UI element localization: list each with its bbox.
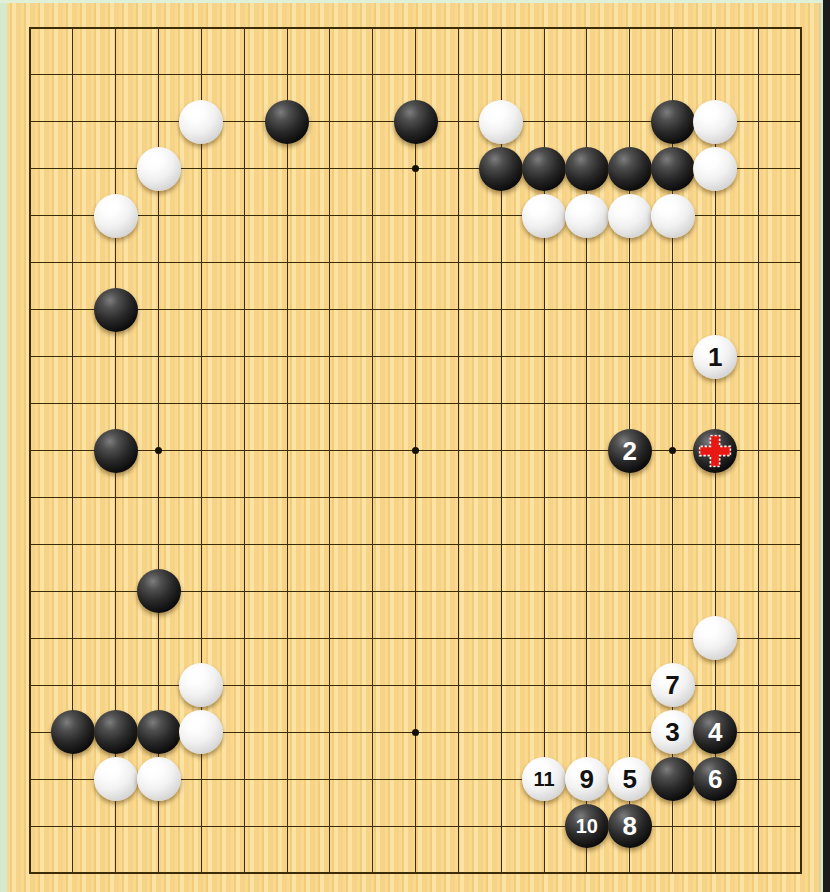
white-stone[interactable]: 1 (693, 335, 737, 379)
white-stone[interactable] (651, 194, 695, 238)
move-number-label: 10 (576, 816, 598, 836)
star-point (412, 447, 419, 454)
black-stone[interactable] (94, 288, 138, 332)
white-stone[interactable]: 5 (608, 757, 652, 801)
black-stone[interactable] (51, 710, 95, 754)
go-game-screenshot: 1273411956108 (0, 0, 830, 892)
move-number-label: 8 (622, 813, 636, 839)
white-stone[interactable] (94, 194, 138, 238)
black-stone[interactable] (94, 710, 138, 754)
move-number-label: 2 (622, 438, 636, 464)
grid-line (29, 826, 802, 827)
grid-line (29, 497, 802, 498)
black-stone[interactable]: 2 (608, 429, 652, 473)
black-stone[interactable] (479, 147, 523, 191)
white-stone[interactable] (179, 100, 223, 144)
black-stone[interactable] (265, 100, 309, 144)
black-stone[interactable] (565, 147, 609, 191)
grid-line (800, 27, 802, 874)
move-number-label: 11 (533, 769, 554, 789)
black-stone[interactable] (137, 569, 181, 613)
white-stone[interactable] (137, 757, 181, 801)
move-number-label: 3 (665, 719, 679, 745)
star-point (412, 165, 419, 172)
white-stone[interactable]: 3 (651, 710, 695, 754)
white-stone[interactable] (179, 663, 223, 707)
star-point (669, 447, 676, 454)
white-stone[interactable] (522, 194, 566, 238)
white-stone[interactable] (693, 100, 737, 144)
white-stone[interactable] (693, 616, 737, 660)
board-frame (0, 0, 823, 3)
black-stone[interactable] (522, 147, 566, 191)
white-stone[interactable] (608, 194, 652, 238)
white-stone[interactable]: 7 (651, 663, 695, 707)
white-stone[interactable] (479, 100, 523, 144)
grid-line (29, 872, 802, 874)
move-number-label: 1 (708, 344, 722, 370)
black-stone[interactable]: 10 (565, 804, 609, 848)
white-stone[interactable] (179, 710, 223, 754)
black-stone[interactable] (693, 429, 737, 473)
move-number-label: 6 (708, 766, 722, 792)
move-number-label: 9 (580, 766, 594, 792)
grid-line (29, 544, 802, 545)
white-stone[interactable] (94, 757, 138, 801)
black-stone[interactable]: 6 (693, 757, 737, 801)
black-stone[interactable] (651, 147, 695, 191)
star-point (155, 447, 162, 454)
star-point (412, 729, 419, 736)
grid-line (758, 27, 759, 874)
move-number-label: 5 (622, 766, 636, 792)
black-stone[interactable] (651, 100, 695, 144)
black-stone[interactable]: 4 (693, 710, 737, 754)
grid-line (458, 27, 459, 874)
move-number-label: 4 (708, 719, 722, 745)
white-stone[interactable] (137, 147, 181, 191)
last-move-red-cross-marker (699, 434, 732, 467)
black-stone[interactable] (394, 100, 438, 144)
window-edge (823, 0, 830, 892)
black-stone[interactable] (94, 429, 138, 473)
move-number-label: 7 (665, 672, 679, 698)
grid-line (29, 638, 802, 639)
black-stone[interactable] (137, 710, 181, 754)
black-stone[interactable] (608, 147, 652, 191)
white-stone[interactable] (565, 194, 609, 238)
black-stone[interactable] (651, 757, 695, 801)
black-stone[interactable]: 8 (608, 804, 652, 848)
white-stone[interactable] (693, 147, 737, 191)
white-stone[interactable]: 11 (522, 757, 566, 801)
white-stone[interactable]: 9 (565, 757, 609, 801)
goban-board[interactable]: 1273411956108 (7, 3, 821, 892)
